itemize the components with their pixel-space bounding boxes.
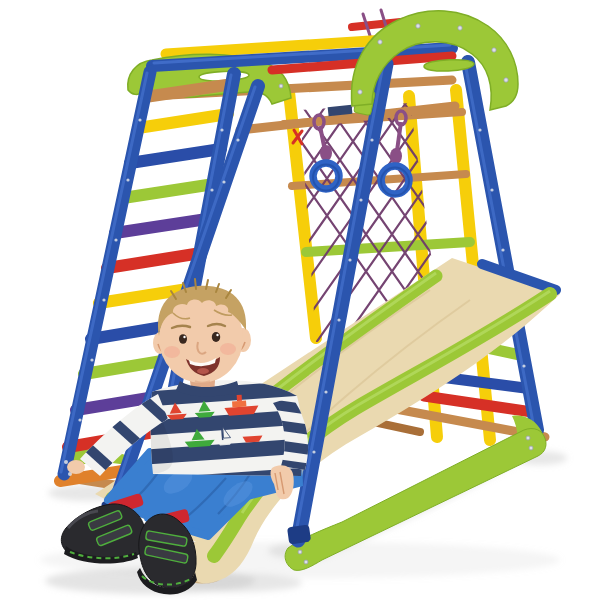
- eye: [212, 332, 220, 342]
- eye-glint: [216, 334, 218, 336]
- play-gym-illustration: [0, 0, 600, 600]
- ladder-rung-blue: [130, 149, 221, 163]
- hand-left: [67, 460, 85, 474]
- eye-glint: [183, 336, 185, 338]
- rope-knot-icon: [320, 145, 332, 161]
- post-foot: [287, 525, 311, 545]
- eye: [179, 334, 187, 344]
- cheek-blush: [220, 343, 236, 355]
- ladder-rung-purple: [115, 219, 207, 233]
- product-photo: [0, 0, 600, 600]
- ladder-rung-yellow: [138, 114, 228, 128]
- rope-knot-icon: [390, 148, 402, 164]
- tongue: [197, 368, 209, 374]
- ladder-rung-green: [123, 184, 214, 198]
- ladder-rung-red: [107, 253, 201, 268]
- cheek-blush: [164, 346, 180, 358]
